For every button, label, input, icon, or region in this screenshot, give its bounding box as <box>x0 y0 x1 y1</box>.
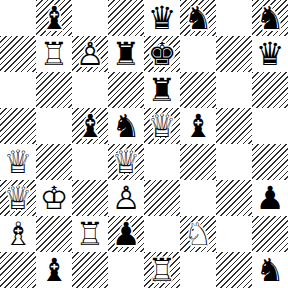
square-f6[interactable] <box>180 72 216 108</box>
piece-halo: ♟ <box>108 180 144 216</box>
piece-halo: ♜ <box>36 36 72 72</box>
piece-halo: ♞ <box>252 0 288 36</box>
square-c7[interactable]: ♟♙ <box>72 36 108 72</box>
piece-bN-f8: ♞ <box>180 0 216 36</box>
piece-bQ-e8: ♛ <box>144 0 180 36</box>
piece-halo: ♜ <box>72 216 108 252</box>
square-a5[interactable] <box>0 108 36 144</box>
piece-halo: ♜ <box>108 36 144 72</box>
square-b8[interactable]: ♝♝ <box>36 0 72 36</box>
square-e7[interactable]: ♚♚ <box>144 36 180 72</box>
piece-wQ-a4: ♕ <box>0 144 36 180</box>
square-d1[interactable] <box>108 252 144 288</box>
square-a1[interactable] <box>0 252 36 288</box>
piece-halo: ♝ <box>36 252 72 288</box>
piece-halo: ♞ <box>180 0 216 36</box>
chess-board: ♝♝♛♛♞♞♞♞♜♖♟♙♜♜♚♚♛♛♜♜♝♝♞♞♛♕♝♝♛♕♛♕♛♕♚♔♟♙♟♟… <box>0 0 288 288</box>
square-g7[interactable] <box>216 36 252 72</box>
square-f2[interactable]: ♞♘ <box>180 216 216 252</box>
square-g5[interactable] <box>216 108 252 144</box>
square-f4[interactable] <box>180 144 216 180</box>
piece-halo: ♜ <box>144 252 180 288</box>
square-h2[interactable] <box>252 216 288 252</box>
piece-halo: ♛ <box>0 144 36 180</box>
square-a6[interactable] <box>0 72 36 108</box>
piece-halo: ♟ <box>72 36 108 72</box>
square-h6[interactable] <box>252 72 288 108</box>
chess-board-diagram: ♝♝♛♛♞♞♞♞♜♖♟♙♜♜♚♚♛♛♜♜♝♝♞♞♛♕♝♝♛♕♛♕♛♕♚♔♟♙♟♟… <box>0 0 288 288</box>
square-a7[interactable] <box>0 36 36 72</box>
piece-bP-h3: ♟ <box>252 180 288 216</box>
piece-halo: ♝ <box>180 108 216 144</box>
square-c8[interactable] <box>72 0 108 36</box>
square-e3[interactable] <box>144 180 180 216</box>
square-e2[interactable] <box>144 216 180 252</box>
square-f1[interactable] <box>180 252 216 288</box>
square-g6[interactable] <box>216 72 252 108</box>
piece-halo: ♟ <box>252 180 288 216</box>
piece-halo: ♛ <box>144 0 180 36</box>
piece-wN-f2: ♘ <box>180 216 216 252</box>
piece-halo: ♝ <box>36 0 72 36</box>
piece-bR-e6: ♜ <box>144 72 180 108</box>
piece-halo: ♞ <box>252 252 288 288</box>
piece-halo: ♛ <box>252 36 288 72</box>
piece-wP-c7: ♙ <box>72 36 108 72</box>
piece-halo: ♞ <box>180 216 216 252</box>
square-c6[interactable] <box>72 72 108 108</box>
piece-bB-c5: ♝ <box>72 108 108 144</box>
piece-bB-b8: ♝ <box>36 0 72 36</box>
square-f7[interactable] <box>180 36 216 72</box>
square-b7[interactable]: ♜♖ <box>36 36 72 72</box>
piece-wR-c2: ♖ <box>72 216 108 252</box>
square-d4[interactable]: ♛♕ <box>108 144 144 180</box>
piece-bK-e7: ♚ <box>144 36 180 72</box>
square-d7[interactable]: ♜♜ <box>108 36 144 72</box>
square-d8[interactable] <box>108 0 144 36</box>
square-f5[interactable]: ♝♝ <box>180 108 216 144</box>
piece-bP-d2: ♟ <box>108 216 144 252</box>
square-g2[interactable] <box>216 216 252 252</box>
square-h4[interactable] <box>252 144 288 180</box>
piece-bN-d5: ♞ <box>108 108 144 144</box>
square-a8[interactable] <box>0 0 36 36</box>
square-c5[interactable]: ♝♝ <box>72 108 108 144</box>
square-c4[interactable] <box>72 144 108 180</box>
square-h5[interactable] <box>252 108 288 144</box>
piece-bQ-h7: ♛ <box>252 36 288 72</box>
square-b3[interactable]: ♚♔ <box>36 180 72 216</box>
square-e4[interactable] <box>144 144 180 180</box>
square-a2[interactable]: ♝♗ <box>0 216 36 252</box>
piece-wQ-a3: ♕ <box>0 180 36 216</box>
square-b1[interactable]: ♝♝ <box>36 252 72 288</box>
piece-wK-b3: ♔ <box>36 180 72 216</box>
square-a3[interactable]: ♛♕ <box>0 180 36 216</box>
square-b2[interactable] <box>36 216 72 252</box>
piece-halo: ♝ <box>72 108 108 144</box>
square-g8[interactable] <box>216 0 252 36</box>
square-a4[interactable]: ♛♕ <box>0 144 36 180</box>
square-d2[interactable]: ♟♟ <box>108 216 144 252</box>
piece-wQ-e5: ♕ <box>144 108 180 144</box>
square-b4[interactable] <box>36 144 72 180</box>
square-c2[interactable]: ♜♖ <box>72 216 108 252</box>
square-d5[interactable]: ♞♞ <box>108 108 144 144</box>
square-f8[interactable]: ♞♞ <box>180 0 216 36</box>
piece-bB-b1: ♝ <box>36 252 72 288</box>
piece-bR-d7: ♜ <box>108 36 144 72</box>
piece-bN-h8: ♞ <box>252 0 288 36</box>
square-e6[interactable]: ♜♜ <box>144 72 180 108</box>
square-h8[interactable]: ♞♞ <box>252 0 288 36</box>
piece-halo: ♝ <box>0 216 36 252</box>
piece-wR-b7: ♖ <box>36 36 72 72</box>
piece-bB-f5: ♝ <box>180 108 216 144</box>
square-e5[interactable]: ♛♕ <box>144 108 180 144</box>
square-b5[interactable] <box>36 108 72 144</box>
piece-halo: ♚ <box>144 36 180 72</box>
square-d3[interactable]: ♟♙ <box>108 180 144 216</box>
square-g3[interactable] <box>216 180 252 216</box>
piece-wQ-d4: ♕ <box>108 144 144 180</box>
square-h7[interactable]: ♛♛ <box>252 36 288 72</box>
piece-wB-a2: ♗ <box>0 216 36 252</box>
square-h1[interactable]: ♞♞ <box>252 252 288 288</box>
square-b6[interactable] <box>36 72 72 108</box>
piece-halo: ♛ <box>144 108 180 144</box>
square-e1[interactable]: ♜♖ <box>144 252 180 288</box>
piece-halo: ♚ <box>36 180 72 216</box>
square-g4[interactable] <box>216 144 252 180</box>
square-d6[interactable] <box>108 72 144 108</box>
piece-halo: ♜ <box>144 72 180 108</box>
piece-bN-h1: ♞ <box>252 252 288 288</box>
piece-wR-e1: ♖ <box>144 252 180 288</box>
square-f3[interactable] <box>180 180 216 216</box>
piece-halo: ♟ <box>108 216 144 252</box>
piece-halo: ♛ <box>0 180 36 216</box>
square-g1[interactable] <box>216 252 252 288</box>
square-e8[interactable]: ♛♛ <box>144 0 180 36</box>
piece-wP-d3: ♙ <box>108 180 144 216</box>
piece-halo: ♞ <box>108 108 144 144</box>
piece-halo: ♛ <box>108 144 144 180</box>
square-c1[interactable] <box>72 252 108 288</box>
square-c3[interactable] <box>72 180 108 216</box>
square-h3[interactable]: ♟♟ <box>252 180 288 216</box>
